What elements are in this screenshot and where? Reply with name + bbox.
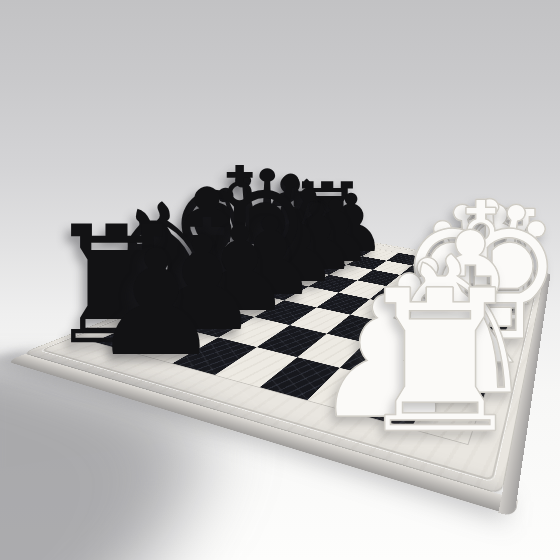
chess-board <box>22 234 545 495</box>
product-photo-scene: ♜♟♟♜♞♟♟♞♝♟♟♝♛♟♟♛♚♟♟♚♝♟♟♝♞♟♟♞♜♟♟♜ <box>0 0 560 560</box>
